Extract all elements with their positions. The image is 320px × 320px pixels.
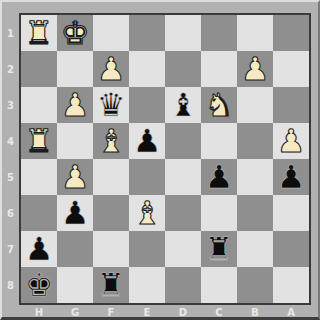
file-labels: H G F E D C B A [21, 305, 309, 319]
file-label-a: A [273, 305, 309, 319]
file-label-c: C [201, 305, 237, 319]
square-e1[interactable] [129, 15, 165, 51]
square-d3[interactable]: ♝ [165, 87, 201, 123]
square-d6[interactable] [165, 195, 201, 231]
square-g2[interactable] [57, 51, 93, 87]
square-g6[interactable]: ♟ [57, 195, 93, 231]
square-a8[interactable] [273, 267, 309, 303]
rank-labels: 1 2 3 4 5 6 7 8 [2, 15, 19, 303]
square-h8[interactable]: ♚ [21, 267, 57, 303]
square-b6[interactable] [237, 195, 273, 231]
piece-white-king[interactable]: ♚ [61, 15, 90, 51]
square-f3[interactable]: ♛ [93, 87, 129, 123]
square-c6[interactable] [201, 195, 237, 231]
square-h6[interactable] [21, 195, 57, 231]
piece-black-bishop[interactable]: ♝ [169, 87, 198, 123]
rank-label-1: 1 [2, 15, 19, 51]
square-h1[interactable]: ♜ [21, 15, 57, 51]
chessboard-frame: 1 2 3 4 5 6 7 8 ♜♚♟♟♟♛♝♞♜♝♟♟♟♟♟♟♝♟♜♚♜ H … [0, 0, 320, 320]
square-e3[interactable] [129, 87, 165, 123]
piece-black-pawn[interactable]: ♟ [277, 159, 306, 195]
square-b4[interactable] [237, 123, 273, 159]
square-f6[interactable] [93, 195, 129, 231]
square-d4[interactable] [165, 123, 201, 159]
square-c8[interactable] [201, 267, 237, 303]
square-e5[interactable] [129, 159, 165, 195]
square-b5[interactable] [237, 159, 273, 195]
piece-white-pawn[interactable]: ♟ [61, 159, 90, 195]
piece-white-rook[interactable]: ♜ [25, 123, 54, 159]
square-a5[interactable]: ♟ [273, 159, 309, 195]
rank-label-3: 3 [2, 87, 19, 123]
square-a1[interactable] [273, 15, 309, 51]
piece-white-pawn[interactable]: ♟ [97, 51, 126, 87]
rank-label-4: 4 [2, 123, 19, 159]
square-c4[interactable] [201, 123, 237, 159]
square-b8[interactable] [237, 267, 273, 303]
piece-black-pawn[interactable]: ♟ [25, 231, 54, 267]
rank-label-6: 6 [2, 195, 19, 231]
square-b2[interactable]: ♟ [237, 51, 273, 87]
piece-black-rook[interactable]: ♜ [97, 267, 126, 303]
square-f4[interactable]: ♝ [93, 123, 129, 159]
square-g5[interactable]: ♟ [57, 159, 93, 195]
square-b7[interactable] [237, 231, 273, 267]
file-label-e: E [129, 305, 165, 319]
file-label-f: F [93, 305, 129, 319]
file-label-b: B [237, 305, 273, 319]
file-label-h: H [21, 305, 57, 319]
square-d1[interactable] [165, 15, 201, 51]
square-c7[interactable]: ♜ [201, 231, 237, 267]
square-g3[interactable]: ♟ [57, 87, 93, 123]
rank-label-5: 5 [2, 159, 19, 195]
piece-black-rook[interactable]: ♜ [205, 231, 234, 267]
piece-white-pawn[interactable]: ♟ [61, 87, 90, 123]
file-label-d: D [165, 305, 201, 319]
square-g7[interactable] [57, 231, 93, 267]
file-label-g: G [57, 305, 93, 319]
rank-label-2: 2 [2, 51, 19, 87]
square-d5[interactable] [165, 159, 201, 195]
piece-white-pawn[interactable]: ♟ [241, 51, 270, 87]
square-d7[interactable] [165, 231, 201, 267]
square-f1[interactable] [93, 15, 129, 51]
square-a4[interactable]: ♟ [273, 123, 309, 159]
square-g8[interactable] [57, 267, 93, 303]
square-f7[interactable] [93, 231, 129, 267]
square-e4[interactable]: ♟ [129, 123, 165, 159]
square-a3[interactable] [273, 87, 309, 123]
piece-black-king[interactable]: ♚ [25, 267, 54, 303]
square-a7[interactable] [273, 231, 309, 267]
square-g1[interactable]: ♚ [57, 15, 93, 51]
chess-board: ♜♚♟♟♟♛♝♞♜♝♟♟♟♟♟♟♝♟♜♚♜ [19, 13, 311, 305]
square-e6[interactable]: ♝ [129, 195, 165, 231]
square-h4[interactable]: ♜ [21, 123, 57, 159]
square-a2[interactable] [273, 51, 309, 87]
piece-black-pawn[interactable]: ♟ [61, 195, 90, 231]
square-e7[interactable] [129, 231, 165, 267]
square-d8[interactable] [165, 267, 201, 303]
piece-white-pawn[interactable]: ♟ [277, 123, 306, 159]
square-c3[interactable]: ♞ [201, 87, 237, 123]
piece-white-bishop[interactable]: ♝ [133, 195, 162, 231]
piece-white-rook[interactable]: ♜ [25, 15, 54, 51]
piece-black-pawn[interactable]: ♟ [133, 123, 162, 159]
rank-label-8: 8 [2, 267, 19, 303]
square-e2[interactable] [129, 51, 165, 87]
square-e8[interactable] [129, 267, 165, 303]
piece-white-bishop[interactable]: ♝ [97, 123, 126, 159]
square-f2[interactable]: ♟ [93, 51, 129, 87]
square-h5[interactable] [21, 159, 57, 195]
square-c2[interactable] [201, 51, 237, 87]
piece-black-queen[interactable]: ♛ [97, 87, 126, 123]
square-f5[interactable] [93, 159, 129, 195]
square-c1[interactable] [201, 15, 237, 51]
square-b1[interactable] [237, 15, 273, 51]
square-h2[interactable] [21, 51, 57, 87]
square-g4[interactable] [57, 123, 93, 159]
square-a6[interactable] [273, 195, 309, 231]
square-d2[interactable] [165, 51, 201, 87]
square-b3[interactable] [237, 87, 273, 123]
square-c5[interactable]: ♟ [201, 159, 237, 195]
square-h3[interactable] [21, 87, 57, 123]
piece-white-knight[interactable]: ♞ [205, 87, 234, 123]
piece-black-pawn[interactable]: ♟ [205, 159, 234, 195]
rank-label-7: 7 [2, 231, 19, 267]
square-f8[interactable]: ♜ [93, 267, 129, 303]
square-h7[interactable]: ♟ [21, 231, 57, 267]
